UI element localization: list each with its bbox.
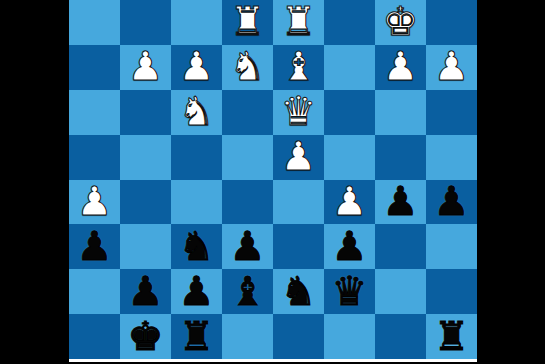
black-pawn[interactable]: ♟ [77, 226, 113, 266]
square-a1[interactable] [426, 0, 477, 45]
square-f3[interactable]: ♞ [171, 90, 222, 135]
square-e8[interactable] [222, 314, 273, 359]
square-a8[interactable]: ♜ [426, 314, 477, 359]
square-f2[interactable]: ♟ [171, 45, 222, 90]
square-a7[interactable] [426, 269, 477, 314]
square-e3[interactable] [222, 90, 273, 135]
black-pawn[interactable]: ♟ [383, 181, 419, 221]
black-pawn[interactable]: ♟ [434, 181, 470, 221]
square-d8[interactable] [273, 314, 324, 359]
square-d1[interactable]: ♜ [273, 0, 324, 45]
black-knight[interactable]: ♞ [179, 226, 215, 266]
white-bishop[interactable]: ♝ [281, 46, 317, 86]
square-h6[interactable]: ♟ [69, 224, 120, 269]
square-b3[interactable] [375, 90, 426, 135]
square-e5[interactable] [222, 180, 273, 225]
white-pawn[interactable]: ♟ [77, 181, 113, 221]
square-f7[interactable]: ♟ [171, 269, 222, 314]
square-f4[interactable] [171, 135, 222, 180]
square-a6[interactable] [426, 224, 477, 269]
board-bottom-edge [69, 359, 477, 362]
square-g8[interactable]: ♚ [120, 314, 171, 359]
white-king[interactable]: ♚ [383, 1, 419, 41]
square-a2[interactable]: ♟ [426, 45, 477, 90]
square-g4[interactable] [120, 135, 171, 180]
black-pawn[interactable]: ♟ [230, 226, 266, 266]
square-h8[interactable] [69, 314, 120, 359]
white-pawn[interactable]: ♟ [281, 136, 317, 176]
square-h7[interactable] [69, 269, 120, 314]
square-d2[interactable]: ♝ [273, 45, 324, 90]
white-rook[interactable]: ♜ [281, 1, 317, 41]
square-b7[interactable] [375, 269, 426, 314]
square-c3[interactable] [324, 90, 375, 135]
app-background: ♜♜♚♟♟♞♝♟♟♞♛♟♟♟♟♟♟♞♟♟♟♟♝♞♛♚♜♜ [0, 0, 545, 364]
square-d3[interactable]: ♛ [273, 90, 324, 135]
black-king[interactable]: ♚ [128, 316, 164, 356]
square-b5[interactable]: ♟ [375, 180, 426, 225]
white-knight[interactable]: ♞ [230, 46, 266, 86]
white-pawn[interactable]: ♟ [383, 46, 419, 86]
white-knight[interactable]: ♞ [179, 91, 215, 131]
square-b4[interactable] [375, 135, 426, 180]
square-f8[interactable]: ♜ [171, 314, 222, 359]
black-pawn[interactable]: ♟ [179, 271, 215, 311]
black-bishop[interactable]: ♝ [230, 271, 266, 311]
square-b1[interactable]: ♚ [375, 0, 426, 45]
chess-board: ♜♜♚♟♟♞♝♟♟♞♛♟♟♟♟♟♟♞♟♟♟♟♝♞♛♚♜♜ [69, 0, 477, 359]
square-e7[interactable]: ♝ [222, 269, 273, 314]
square-a4[interactable] [426, 135, 477, 180]
square-c4[interactable] [324, 135, 375, 180]
square-e2[interactable]: ♞ [222, 45, 273, 90]
white-pawn[interactable]: ♟ [332, 181, 368, 221]
white-pawn[interactable]: ♟ [128, 46, 164, 86]
square-a5[interactable]: ♟ [426, 180, 477, 225]
square-g2[interactable]: ♟ [120, 45, 171, 90]
square-d5[interactable] [273, 180, 324, 225]
black-knight[interactable]: ♞ [281, 271, 317, 311]
black-rook[interactable]: ♜ [179, 316, 215, 356]
square-h4[interactable] [69, 135, 120, 180]
square-c7[interactable]: ♛ [324, 269, 375, 314]
square-d4[interactable]: ♟ [273, 135, 324, 180]
square-f6[interactable]: ♞ [171, 224, 222, 269]
square-h1[interactable] [69, 0, 120, 45]
square-c6[interactable]: ♟ [324, 224, 375, 269]
square-e6[interactable]: ♟ [222, 224, 273, 269]
square-g7[interactable]: ♟ [120, 269, 171, 314]
square-e1[interactable]: ♜ [222, 0, 273, 45]
square-d7[interactable]: ♞ [273, 269, 324, 314]
black-pawn[interactable]: ♟ [332, 226, 368, 266]
square-c1[interactable] [324, 0, 375, 45]
square-h3[interactable] [69, 90, 120, 135]
black-queen[interactable]: ♛ [332, 271, 368, 311]
square-c5[interactable]: ♟ [324, 180, 375, 225]
square-b2[interactable]: ♟ [375, 45, 426, 90]
white-rook[interactable]: ♜ [230, 1, 266, 41]
black-pawn[interactable]: ♟ [128, 271, 164, 311]
square-c8[interactable] [324, 314, 375, 359]
square-g3[interactable] [120, 90, 171, 135]
square-b8[interactable] [375, 314, 426, 359]
square-d6[interactable] [273, 224, 324, 269]
square-f5[interactable] [171, 180, 222, 225]
square-c2[interactable] [324, 45, 375, 90]
square-g5[interactable] [120, 180, 171, 225]
white-queen[interactable]: ♛ [281, 91, 317, 131]
square-g1[interactable] [120, 0, 171, 45]
square-h2[interactable] [69, 45, 120, 90]
square-a3[interactable] [426, 90, 477, 135]
square-b6[interactable] [375, 224, 426, 269]
square-f1[interactable] [171, 0, 222, 45]
square-e4[interactable] [222, 135, 273, 180]
white-pawn[interactable]: ♟ [179, 46, 215, 86]
black-rook[interactable]: ♜ [434, 316, 470, 356]
white-pawn[interactable]: ♟ [434, 46, 470, 86]
square-g6[interactable] [120, 224, 171, 269]
square-h5[interactable]: ♟ [69, 180, 120, 225]
